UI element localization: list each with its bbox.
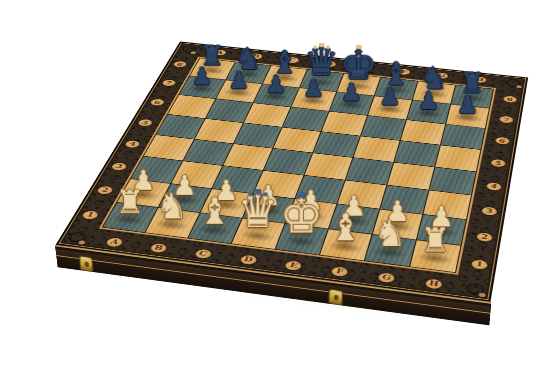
scene: ABCDEFGH ABCDEFGH 87654321 87654321 ♜♞♝♛… (0, 0, 550, 366)
square-c5[interactable] (234, 123, 282, 148)
piece-black-pawn[interactable]: ♟ (265, 72, 287, 96)
square-f1[interactable]: ♝ (320, 229, 372, 260)
border-corner-ornament (498, 75, 528, 91)
coord-rank-right-7: 7 (498, 115, 515, 124)
coord-rank-right-6: 6 (494, 136, 511, 146)
coord-file-bottom-a: A (103, 236, 125, 248)
piece-white-knight[interactable]: ♞ (374, 215, 407, 252)
square-f6[interactable] (361, 116, 406, 140)
coord-rank-left-3: 3 (109, 161, 129, 171)
piece-white-rook[interactable]: ♜ (115, 186, 144, 218)
coord-file-bottom-e: E (283, 259, 304, 271)
piece-black-pawn[interactable]: ♟ (303, 76, 325, 100)
board-tilt-wrapper: ABCDEFGH ABCDEFGH 87654321 87654321 ♜♞♝♛… (56, 42, 528, 302)
piece-white-king[interactable]: ♚ (280, 192, 323, 240)
piece-white-bishop[interactable]: ♝ (198, 192, 231, 229)
coord-file-bottom-f: F (330, 265, 351, 278)
piece-black-pawn[interactable]: ♟ (228, 68, 250, 92)
coord-rank-right-4: 4 (485, 181, 503, 192)
square-d1[interactable]: ♛ (232, 218, 285, 249)
piece-white-knight[interactable]: ♞ (156, 188, 188, 224)
coord-rank-left-7: 7 (160, 79, 178, 87)
square-g6[interactable] (401, 120, 445, 145)
square-h1[interactable]: ♜ (410, 240, 460, 272)
coord-rank-right-5: 5 (489, 158, 507, 168)
coord-rank-left-4: 4 (123, 139, 143, 149)
square-c4[interactable] (223, 144, 272, 170)
square-e1[interactable]: ♚ (276, 224, 328, 255)
square-g5[interactable] (394, 141, 440, 167)
coord-rank-right-8: 8 (502, 95, 518, 104)
coord-rank-right-1: 1 (470, 258, 490, 270)
coord-file-bottom-d: D (238, 253, 259, 265)
brass-clasp (328, 289, 343, 306)
coord-file-bottom-b: B (148, 242, 170, 254)
brass-clasp (79, 255, 93, 272)
coord-rank-left-5: 5 (136, 118, 155, 127)
chessboard: ABCDEFGH ABCDEFGH 87654321 87654321 ♜♞♝♛… (56, 42, 528, 302)
coord-file-bottom-h: H (424, 277, 445, 290)
square-f5[interactable] (354, 136, 400, 162)
piece-black-pawn[interactable]: ♟ (456, 92, 478, 117)
square-g1[interactable]: ♞ (365, 235, 416, 267)
piece-white-bishop[interactable]: ♝ (329, 208, 363, 245)
coord-file-bottom-g: G (376, 271, 397, 284)
coord-rank-left-1: 1 (80, 209, 102, 220)
square-e5[interactable] (313, 132, 360, 157)
piece-white-queen[interactable]: ♛ (237, 189, 278, 235)
square-h4[interactable] (430, 167, 476, 194)
coord-rank-left-2: 2 (95, 185, 116, 196)
piece-white-rook[interactable]: ♜ (420, 224, 450, 257)
coord-rank-right-3: 3 (480, 206, 499, 217)
piece-black-pawn[interactable]: ♟ (191, 64, 213, 88)
piece-black-pawn[interactable]: ♟ (379, 84, 401, 109)
coord-rank-left-8: 8 (171, 60, 189, 68)
coord-rank-right-2: 2 (475, 231, 494, 243)
square-b6[interactable] (206, 99, 253, 122)
square-a5[interactable] (156, 115, 204, 139)
square-d5[interactable] (273, 127, 320, 152)
coord-rank-left-6: 6 (148, 98, 167, 107)
piece-black-pawn[interactable]: ♟ (340, 80, 362, 105)
piece-black-pawn[interactable]: ♟ (417, 88, 439, 113)
coord-file-bottom-c: C (192, 248, 214, 260)
